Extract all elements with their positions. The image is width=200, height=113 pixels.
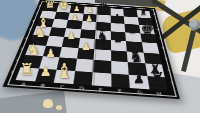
chess-piece-bP-c7[interactable]: ♟	[129, 27, 137, 36]
chess-piece-wP-b4[interactable]: ♟	[85, 15, 92, 23]
chess-piece-wP-b3[interactable]: ♟	[71, 14, 78, 22]
chess-piece-bP-h7[interactable]: ♟	[133, 72, 145, 85]
chess-piece-bN-d5[interactable]: ♞	[97, 31, 109, 44]
chess-piece-wP-f2[interactable]: ♟	[46, 48, 56, 59]
chess-piece-bP-d6[interactable]: ♟	[114, 35, 123, 45]
chess-piece-wP-d3[interactable]: ♟	[67, 31, 76, 41]
chess-piece-bQ-a5[interactable]: ♛	[98, 2, 109, 15]
chess-piece-bR-h8[interactable]: ♜	[150, 71, 165, 87]
chess-piece-wR-h1[interactable]: ♜	[20, 62, 35, 78]
chess-piece-wQ-a1[interactable]: ♛	[44, 0, 55, 11]
chess-piece-wP-a4[interactable]: ♟	[87, 6, 93, 13]
chess-piece-bK-c8[interactable]: ♚	[141, 22, 155, 37]
pieces-layer: ♛♚♟♟♟♟♝♞♟♟♞♟♜♟♝♛♜♝♟♟♚♞♟♟♞♟♝♟♜	[0, 0, 200, 113]
chess-photo-scene: AABBCCDDEEFFGGHH1122334455667788 ♛♚♟♟♟♟♝…	[0, 0, 200, 113]
chess-piece-bB-b6[interactable]: ♝	[112, 13, 123, 25]
chess-piece-wP-h2[interactable]: ♟	[40, 66, 52, 79]
chess-piece-wP-a3[interactable]: ♟	[73, 5, 79, 12]
chess-piece-wN-d1[interactable]: ♞	[34, 26, 46, 39]
chess-piece-wB-h3[interactable]: ♝	[55, 61, 73, 81]
chess-piece-wN-f1[interactable]: ♞	[27, 43, 41, 59]
chess-piece-bR-a8[interactable]: ♜	[140, 8, 148, 17]
chess-piece-wK-a2[interactable]: ♚	[58, 0, 69, 12]
chess-piece-wP-e4[interactable]: ♟	[81, 41, 91, 52]
